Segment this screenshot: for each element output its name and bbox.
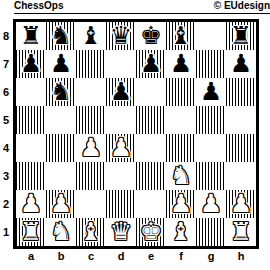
square-f5[interactable] <box>166 106 196 134</box>
rank-labels: 87654321 <box>0 22 12 246</box>
black-pawn-b7[interactable]: ♟ <box>50 50 72 78</box>
app-title: ChessOps <box>14 1 63 11</box>
black-pawn-d6[interactable]: ♟ <box>110 78 132 106</box>
file-label-e: e <box>136 250 166 263</box>
square-a6[interactable] <box>16 78 46 106</box>
white-rook-h1[interactable]: ♜ <box>230 218 252 246</box>
black-bishop-f8[interactable]: ♝ <box>170 22 192 50</box>
square-g2[interactable]: ♟ <box>196 190 226 218</box>
square-h3[interactable] <box>226 162 256 190</box>
black-king-e8[interactable]: ♚ <box>140 22 162 50</box>
black-pawn-g6[interactable]: ♟ <box>200 78 222 106</box>
square-d8[interactable]: ♛ <box>106 22 136 50</box>
white-knight-f3[interactable]: ♞ <box>170 162 192 190</box>
square-h2[interactable]: ♟ <box>226 190 256 218</box>
square-c4[interactable]: ♟ <box>76 134 106 162</box>
black-pawn-e7[interactable]: ♟ <box>140 50 162 78</box>
square-e1[interactable]: ♚ <box>136 218 166 246</box>
chessops-diagram-page: ChessOps © EUdesign 87654321 ♜♞♝♛♚♝♜♟♟♟♟… <box>0 0 270 270</box>
file-label-b: b <box>46 250 76 263</box>
rank-label-1: 1 <box>0 218 12 246</box>
square-c5[interactable] <box>76 106 106 134</box>
square-h6[interactable] <box>226 78 256 106</box>
header: ChessOps © EUdesign <box>14 1 270 14</box>
square-e4[interactable] <box>136 134 166 162</box>
white-pawn-f2[interactable]: ♟ <box>170 190 192 218</box>
white-pawn-h2[interactable]: ♟ <box>230 190 252 218</box>
square-g4[interactable] <box>196 134 226 162</box>
white-pawn-g2[interactable]: ♟ <box>200 190 222 218</box>
rank-label-8: 8 <box>0 22 12 50</box>
rank-label-6: 6 <box>0 78 12 106</box>
square-c6[interactable] <box>76 78 106 106</box>
square-e5[interactable] <box>136 106 166 134</box>
square-g6[interactable]: ♟ <box>196 78 226 106</box>
black-queen-d8[interactable]: ♛ <box>110 22 132 50</box>
rank-label-5: 5 <box>0 106 12 134</box>
black-pawn-a7[interactable]: ♟ <box>20 50 42 78</box>
square-b7[interactable]: ♟ <box>46 50 76 78</box>
black-rook-a8[interactable]: ♜ <box>20 22 42 50</box>
file-label-f: f <box>166 250 196 263</box>
square-f7[interactable]: ♟ <box>166 50 196 78</box>
square-f3[interactable]: ♞ <box>166 162 196 190</box>
file-label-g: g <box>196 250 226 263</box>
copyright-credit: © EUdesign <box>214 1 270 11</box>
white-king-e1[interactable]: ♚ <box>140 218 162 246</box>
square-g7[interactable] <box>196 50 226 78</box>
square-b4[interactable] <box>46 134 76 162</box>
black-bishop-c8[interactable]: ♝ <box>80 22 102 50</box>
square-f6[interactable] <box>166 78 196 106</box>
chess-board: ♜♞♝♛♚♝♜♟♟♟♟♟♞♟♟♟♟♞♟♟♟♟♟♜♞♝♛♚♝♜ <box>13 19 259 249</box>
square-a3[interactable] <box>16 162 46 190</box>
square-h7[interactable]: ♟ <box>226 50 256 78</box>
square-a1[interactable]: ♜ <box>16 218 46 246</box>
rank-label-3: 3 <box>0 162 12 190</box>
square-a5[interactable] <box>16 106 46 134</box>
square-e2[interactable] <box>136 190 166 218</box>
square-f1[interactable]: ♝ <box>166 218 196 246</box>
square-b1[interactable]: ♞ <box>46 218 76 246</box>
square-a7[interactable]: ♟ <box>16 50 46 78</box>
white-queen-d1[interactable]: ♛ <box>110 218 132 246</box>
square-a2[interactable]: ♟ <box>16 190 46 218</box>
black-pawn-f7[interactable]: ♟ <box>170 50 192 78</box>
square-a8[interactable]: ♜ <box>16 22 46 50</box>
rank-label-4: 4 <box>0 134 12 162</box>
white-knight-b1[interactable]: ♞ <box>50 218 72 246</box>
square-e6[interactable] <box>136 78 166 106</box>
square-f8[interactable]: ♝ <box>166 22 196 50</box>
square-b8[interactable]: ♞ <box>46 22 76 50</box>
square-g3[interactable] <box>196 162 226 190</box>
white-pawn-c4[interactable]: ♟ <box>80 134 102 162</box>
file-label-h: h <box>226 250 256 263</box>
black-knight-b6[interactable]: ♞ <box>50 78 72 106</box>
square-d1[interactable]: ♛ <box>106 218 136 246</box>
square-e8[interactable]: ♚ <box>136 22 166 50</box>
square-g5[interactable] <box>196 106 226 134</box>
file-label-a: a <box>16 250 46 263</box>
square-c7[interactable] <box>76 50 106 78</box>
white-bishop-f1[interactable]: ♝ <box>170 218 192 246</box>
square-c2[interactable] <box>76 190 106 218</box>
white-pawn-b2[interactable]: ♟ <box>50 190 72 218</box>
square-h5[interactable] <box>226 106 256 134</box>
rank-label-2: 2 <box>0 190 12 218</box>
square-a4[interactable] <box>16 134 46 162</box>
square-d2[interactable] <box>106 190 136 218</box>
square-b2[interactable]: ♟ <box>46 190 76 218</box>
square-d6[interactable]: ♟ <box>106 78 136 106</box>
square-c8[interactable]: ♝ <box>76 22 106 50</box>
file-labels: abcdefgh <box>16 250 256 263</box>
black-pawn-h7[interactable]: ♟ <box>230 50 252 78</box>
square-h4[interactable] <box>226 134 256 162</box>
square-d5[interactable] <box>106 106 136 134</box>
square-e7[interactable]: ♟ <box>136 50 166 78</box>
square-h1[interactable]: ♜ <box>226 218 256 246</box>
square-d4[interactable]: ♟ <box>106 134 136 162</box>
square-d7[interactable] <box>106 50 136 78</box>
white-bishop-c1[interactable]: ♝ <box>80 218 102 246</box>
square-b3[interactable] <box>46 162 76 190</box>
square-g1[interactable] <box>196 218 226 246</box>
black-knight-b8[interactable]: ♞ <box>50 22 72 50</box>
white-rook-a1[interactable]: ♜ <box>20 218 42 246</box>
square-f4[interactable] <box>166 134 196 162</box>
square-h8[interactable]: ♜ <box>226 22 256 50</box>
square-g8[interactable] <box>196 22 226 50</box>
file-label-c: c <box>76 250 106 263</box>
square-b6[interactable]: ♞ <box>46 78 76 106</box>
square-f2[interactable]: ♟ <box>166 190 196 218</box>
white-pawn-a2[interactable]: ♟ <box>20 190 42 218</box>
rank-label-7: 7 <box>0 50 12 78</box>
square-c1[interactable]: ♝ <box>76 218 106 246</box>
square-e3[interactable] <box>136 162 166 190</box>
white-pawn-d4[interactable]: ♟ <box>110 134 132 162</box>
square-d3[interactable] <box>106 162 136 190</box>
black-rook-h8[interactable]: ♜ <box>230 22 252 50</box>
square-b5[interactable] <box>46 106 76 134</box>
file-label-d: d <box>106 250 136 263</box>
square-c3[interactable] <box>76 162 106 190</box>
